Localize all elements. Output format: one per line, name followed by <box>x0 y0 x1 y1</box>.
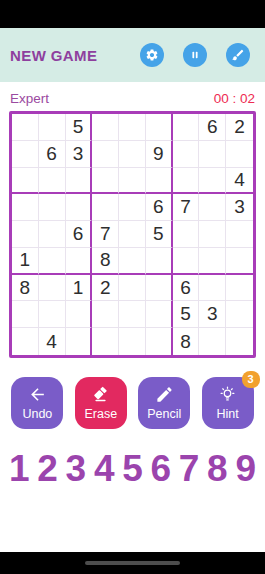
sudoku-cell-r2c7[interactable] <box>173 141 200 168</box>
number-pad: 1 2 3 4 5 6 7 8 9 <box>0 450 265 487</box>
sudoku-cell-r6c2[interactable] <box>39 248 66 275</box>
sudoku-cell-r6c4[interactable]: 8 <box>92 248 119 275</box>
sudoku-cell-r5c1[interactable] <box>12 221 39 248</box>
ios-status-bar <box>0 0 265 28</box>
sudoku-cell-r2c2[interactable]: 6 <box>39 141 66 168</box>
sudoku-cell-r7c4[interactable]: 2 <box>92 275 119 302</box>
sudoku-cell-r5c4[interactable]: 7 <box>92 221 119 248</box>
sudoku-cell-r8c6[interactable] <box>146 301 173 328</box>
sudoku-cell-r7c1[interactable]: 8 <box>12 275 39 302</box>
numpad-digit-4[interactable]: 4 <box>94 450 115 487</box>
sudoku-cell-r9c3[interactable] <box>66 328 93 355</box>
sudoku-cell-r2c6[interactable]: 9 <box>146 141 173 168</box>
sudoku-cell-r6c7[interactable] <box>173 248 200 275</box>
settings-button[interactable] <box>140 43 164 67</box>
sudoku-cell-r3c9[interactable]: 4 <box>226 168 253 195</box>
sudoku-cell-r3c7[interactable] <box>173 168 200 195</box>
sudoku-cell-r3c6[interactable] <box>146 168 173 195</box>
sudoku-cell-r8c8[interactable]: 3 <box>199 301 226 328</box>
gear-icon <box>145 48 159 62</box>
sudoku-cell-r8c3[interactable] <box>66 301 93 328</box>
numpad-digit-3[interactable]: 3 <box>66 450 87 487</box>
sudoku-cell-r5c3[interactable]: 6 <box>66 221 93 248</box>
sudoku-cell-r4c5[interactable] <box>119 194 146 221</box>
sudoku-cell-r1c9[interactable]: 2 <box>226 114 253 141</box>
paintbrush-icon <box>231 48 245 62</box>
sudoku-cell-r1c1[interactable] <box>12 114 39 141</box>
header-buttons <box>140 43 250 67</box>
sudoku-cell-r5c2[interactable] <box>39 221 66 248</box>
numpad-digit-6[interactable]: 6 <box>150 450 171 487</box>
pencil-button[interactable]: Pencil <box>138 377 190 429</box>
sudoku-cell-r1c4[interactable] <box>92 114 119 141</box>
sudoku-cell-r4c4[interactable] <box>92 194 119 221</box>
game-timer: 00 : 02 <box>214 91 255 106</box>
sudoku-cell-r7c8[interactable] <box>199 275 226 302</box>
sudoku-cell-r6c5[interactable] <box>119 248 146 275</box>
sudoku-cell-r1c8[interactable]: 6 <box>199 114 226 141</box>
pause-icon <box>188 48 202 62</box>
erase-label: Erase <box>84 407 117 421</box>
sudoku-cell-r9c7[interactable]: 8 <box>173 328 200 355</box>
difficulty-label: Expert <box>10 91 49 106</box>
sudoku-cell-r5c5[interactable] <box>119 221 146 248</box>
hint-button[interactable]: 3 Hint <box>202 377 254 429</box>
sudoku-cell-r7c9[interactable] <box>226 275 253 302</box>
sudoku-cell-r7c5[interactable] <box>119 275 146 302</box>
home-indicator[interactable] <box>85 561 180 566</box>
sudoku-cell-r7c7[interactable]: 6 <box>173 275 200 302</box>
numpad-digit-2[interactable]: 2 <box>37 450 58 487</box>
eraser-icon <box>91 385 110 404</box>
sudoku-cell-r9c8[interactable] <box>199 328 226 355</box>
sudoku-cell-r4c7[interactable]: 7 <box>173 194 200 221</box>
undo-arrow-icon <box>28 385 47 404</box>
sudoku-cell-r4c6[interactable]: 6 <box>146 194 173 221</box>
numpad-digit-7[interactable]: 7 <box>179 450 200 487</box>
theme-button[interactable] <box>226 43 250 67</box>
sudoku-cell-r7c2[interactable] <box>39 275 66 302</box>
sudoku-cell-r9c9[interactable] <box>226 328 253 355</box>
sudoku-cell-r1c7[interactable] <box>173 114 200 141</box>
undo-label: Undo <box>22 407 52 421</box>
ios-home-bar <box>0 552 265 574</box>
sudoku-cell-r7c6[interactable] <box>146 275 173 302</box>
sudoku-cell-r9c6[interactable] <box>146 328 173 355</box>
lightbulb-icon <box>218 385 237 404</box>
sudoku-cell-r3c2[interactable] <box>39 168 66 195</box>
sudoku-cell-r4c1[interactable] <box>12 194 39 221</box>
sudoku-cell-r3c1[interactable] <box>12 168 39 195</box>
sudoku-cell-r5c8[interactable] <box>199 221 226 248</box>
sudoku-cell-r6c6[interactable] <box>146 248 173 275</box>
sudoku-cell-r6c9[interactable] <box>226 248 253 275</box>
sudoku-cell-r1c5[interactable] <box>119 114 146 141</box>
sudoku-cell-r8c7[interactable]: 5 <box>173 301 200 328</box>
numpad-digit-1[interactable]: 1 <box>9 450 30 487</box>
sudoku-cell-r2c3[interactable]: 3 <box>66 141 93 168</box>
sudoku-grid: 56263946736751881265348 <box>9 111 256 358</box>
hint-label: Hint <box>216 407 238 421</box>
sudoku-cell-r3c3[interactable] <box>66 168 93 195</box>
sudoku-cell-r5c9[interactable] <box>226 221 253 248</box>
toolbar: Undo Erase Pencil 3 Hint <box>0 377 265 429</box>
sudoku-cell-r2c8[interactable] <box>199 141 226 168</box>
erase-button[interactable]: Erase <box>75 377 127 429</box>
sudoku-cell-r4c8[interactable] <box>199 194 226 221</box>
sudoku-cell-r1c3[interactable]: 5 <box>66 114 93 141</box>
sudoku-cell-r8c9[interactable] <box>226 301 253 328</box>
sudoku-cell-r8c1[interactable] <box>12 301 39 328</box>
sudoku-cell-r9c4[interactable] <box>92 328 119 355</box>
numpad-digit-5[interactable]: 5 <box>122 450 143 487</box>
sudoku-cell-r5c7[interactable] <box>173 221 200 248</box>
pencil-icon <box>155 385 174 404</box>
pause-button[interactable] <box>183 43 207 67</box>
sudoku-cell-r2c9[interactable] <box>226 141 253 168</box>
status-row: Expert 00 : 02 <box>0 82 265 106</box>
hint-count-badge: 3 <box>242 371 260 388</box>
sudoku-cell-r9c2[interactable]: 4 <box>39 328 66 355</box>
sudoku-cell-r6c8[interactable] <box>199 248 226 275</box>
sudoku-cell-r4c2[interactable] <box>39 194 66 221</box>
sudoku-cell-r2c4[interactable] <box>92 141 119 168</box>
sudoku-cell-r8c4[interactable] <box>92 301 119 328</box>
sudoku-cell-r6c3[interactable] <box>66 248 93 275</box>
sudoku-cell-r8c5[interactable] <box>119 301 146 328</box>
sudoku-cell-r2c1[interactable] <box>12 141 39 168</box>
sudoku-cell-r3c4[interactable] <box>92 168 119 195</box>
sudoku-cell-r3c8[interactable] <box>199 168 226 195</box>
numpad-digit-9[interactable]: 9 <box>235 450 256 487</box>
sudoku-cell-r5c6[interactable]: 5 <box>146 221 173 248</box>
pencil-label: Pencil <box>147 407 181 421</box>
sudoku-cell-r4c9[interactable]: 3 <box>226 194 253 221</box>
sudoku-cell-r9c5[interactable] <box>119 328 146 355</box>
sudoku-cell-r2c5[interactable] <box>119 141 146 168</box>
undo-button[interactable]: Undo <box>11 377 63 429</box>
numpad-digit-8[interactable]: 8 <box>207 450 228 487</box>
sudoku-cell-r8c2[interactable] <box>39 301 66 328</box>
sudoku-cell-r1c2[interactable] <box>39 114 66 141</box>
sudoku-cell-r9c1[interactable] <box>12 328 39 355</box>
sudoku-cell-r4c3[interactable] <box>66 194 93 221</box>
sudoku-cell-r7c3[interactable]: 1 <box>66 275 93 302</box>
sudoku-cell-r1c6[interactable] <box>146 114 173 141</box>
page-title: NEW GAME <box>10 47 97 64</box>
app-header: NEW GAME <box>0 28 265 82</box>
sudoku-cell-r6c1[interactable]: 1 <box>12 248 39 275</box>
sudoku-cell-r3c5[interactable] <box>119 168 146 195</box>
